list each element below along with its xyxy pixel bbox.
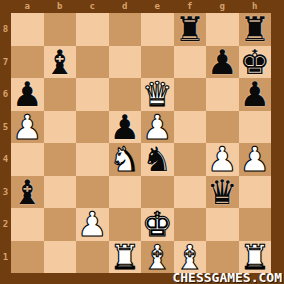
square-e3[interactable] [141,176,174,209]
square-h1[interactable]: ♜ [239,241,272,274]
black-pawn-icon: ♟ [206,46,239,79]
black-bishop-icon: ♝ [11,176,44,209]
square-h4[interactable]: ♟ [239,143,272,176]
file-label-d: d [109,0,142,13]
square-g8[interactable] [206,13,239,46]
square-a5[interactable]: ♟ [11,111,44,144]
square-h3[interactable] [239,176,272,209]
square-g5[interactable] [206,111,239,144]
square-c8[interactable] [76,13,109,46]
square-b4[interactable] [44,143,77,176]
file-label-c: c [76,0,109,13]
rank-label-2: 2 [0,208,11,241]
chess-diagram: abcdefgh 87654321 ♜♜♝♟♚♟♛♟♟♟♟♞♞♟♟♝♛♟♚♜♝♝… [0,0,284,284]
white-knight-icon: ♞ [109,143,142,176]
white-pawn-icon: ♟ [239,143,272,176]
square-e1[interactable]: ♝ [141,241,174,274]
square-d3[interactable] [109,176,142,209]
square-a6[interactable]: ♟ [11,78,44,111]
rank-label-1: 1 [0,241,11,274]
board: ♜♜♝♟♚♟♛♟♟♟♟♞♞♟♟♝♛♟♚♜♝♝♜ [11,13,271,273]
black-pawn-icon: ♟ [239,78,272,111]
square-b3[interactable] [44,176,77,209]
square-b5[interactable] [44,111,77,144]
white-pawn-icon: ♟ [76,208,109,241]
black-pawn-icon: ♟ [109,111,142,144]
square-a2[interactable] [11,208,44,241]
square-b8[interactable] [44,13,77,46]
rank-label-5: 5 [0,111,11,144]
square-e6[interactable]: ♛ [141,78,174,111]
square-e7[interactable] [141,46,174,79]
square-f5[interactable] [174,111,207,144]
white-pawn-icon: ♟ [141,111,174,144]
square-f7[interactable] [174,46,207,79]
file-labels: abcdefgh [11,0,271,13]
square-c1[interactable] [76,241,109,274]
square-d1[interactable]: ♜ [109,241,142,274]
file-label-b: b [44,0,77,13]
white-bishop-icon: ♝ [174,241,207,274]
square-e8[interactable] [141,13,174,46]
square-f1[interactable]: ♝ [174,241,207,274]
square-h2[interactable] [239,208,272,241]
black-bishop-icon: ♝ [44,46,77,79]
square-d5[interactable]: ♟ [109,111,142,144]
square-g3[interactable]: ♛ [206,176,239,209]
square-b7[interactable]: ♝ [44,46,77,79]
square-a4[interactable] [11,143,44,176]
square-e2[interactable]: ♚ [141,208,174,241]
square-h6[interactable]: ♟ [239,78,272,111]
file-label-g: g [206,0,239,13]
square-c6[interactable] [76,78,109,111]
rank-labels: 87654321 [0,13,11,273]
square-b1[interactable] [44,241,77,274]
site-watermark: CHESSGAMES.COM [172,272,282,284]
rank-label-8: 8 [0,13,11,46]
square-g6[interactable] [206,78,239,111]
square-b2[interactable] [44,208,77,241]
square-a8[interactable] [11,13,44,46]
white-pawn-icon: ♟ [11,111,44,144]
file-label-a: a [11,0,44,13]
square-g2[interactable] [206,208,239,241]
square-c7[interactable] [76,46,109,79]
square-h7[interactable]: ♚ [239,46,272,79]
black-king-icon: ♚ [239,46,272,79]
square-f6[interactable] [174,78,207,111]
rank-label-6: 6 [0,78,11,111]
square-d7[interactable] [109,46,142,79]
square-a7[interactable] [11,46,44,79]
white-rook-icon: ♜ [239,241,272,274]
black-pawn-icon: ♟ [11,78,44,111]
file-label-e: e [141,0,174,13]
square-a1[interactable] [11,241,44,274]
square-a3[interactable]: ♝ [11,176,44,209]
square-d6[interactable] [109,78,142,111]
rank-label-4: 4 [0,143,11,176]
square-b6[interactable] [44,78,77,111]
square-e4[interactable]: ♞ [141,143,174,176]
square-c3[interactable] [76,176,109,209]
rank-label-3: 3 [0,176,11,209]
square-c5[interactable] [76,111,109,144]
black-queen-icon: ♛ [206,176,239,209]
black-knight-icon: ♞ [141,143,174,176]
square-g7[interactable]: ♟ [206,46,239,79]
white-rook-icon: ♜ [109,241,142,274]
square-d4[interactable]: ♞ [109,143,142,176]
white-pawn-icon: ♟ [206,143,239,176]
white-queen-icon: ♛ [141,78,174,111]
square-f3[interactable] [174,176,207,209]
white-king-icon: ♚ [141,208,174,241]
square-g4[interactable]: ♟ [206,143,239,176]
square-h5[interactable] [239,111,272,144]
square-g1[interactable] [206,241,239,274]
black-rook-icon: ♜ [174,13,207,46]
square-f2[interactable] [174,208,207,241]
square-d2[interactable] [109,208,142,241]
square-h8[interactable]: ♜ [239,13,272,46]
square-e5[interactable]: ♟ [141,111,174,144]
rank-label-7: 7 [0,46,11,79]
white-bishop-icon: ♝ [141,241,174,274]
square-f8[interactable]: ♜ [174,13,207,46]
square-c2[interactable]: ♟ [76,208,109,241]
square-f4[interactable] [174,143,207,176]
black-rook-icon: ♜ [239,13,272,46]
square-c4[interactable] [76,143,109,176]
square-d8[interactable] [109,13,142,46]
